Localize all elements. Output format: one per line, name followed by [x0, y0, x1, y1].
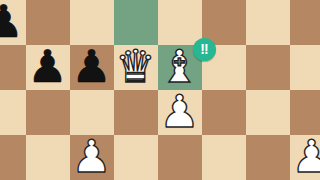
board-square[interactable]: ♟ — [290, 135, 320, 180]
board-square[interactable] — [158, 0, 202, 45]
board-square[interactable] — [246, 90, 290, 135]
white-pawn[interactable]: ♟ — [291, 134, 320, 179]
chess-board: ♟♟♟♛♝♟♟♟ — [0, 0, 320, 180]
board-square[interactable] — [0, 90, 26, 135]
board-square[interactable]: ♟ — [158, 90, 202, 135]
board-square[interactable] — [158, 135, 202, 180]
board-square[interactable] — [290, 90, 320, 135]
board-square[interactable] — [246, 45, 290, 90]
board-square[interactable]: ♟ — [70, 45, 114, 90]
white-queen[interactable]: ♛ — [115, 44, 155, 89]
board-square[interactable]: ♟ — [0, 0, 26, 45]
white-pawn[interactable]: ♟ — [71, 134, 111, 179]
white-pawn[interactable]: ♟ — [159, 89, 199, 134]
chess-board-viewport: ♟♟♟♛♝♟♟♟ !! — [0, 0, 320, 180]
board-square[interactable] — [246, 135, 290, 180]
board-square[interactable] — [114, 90, 158, 135]
board-square[interactable] — [0, 135, 26, 180]
board-square[interactable] — [114, 135, 158, 180]
board-square[interactable]: ♛ — [114, 45, 158, 90]
board-square[interactable] — [70, 0, 114, 45]
board-square[interactable] — [26, 90, 70, 135]
board-square[interactable] — [202, 135, 246, 180]
board-square[interactable]: ♟ — [26, 45, 70, 90]
board-square[interactable] — [114, 0, 158, 45]
board-square[interactable] — [246, 0, 290, 45]
board-square[interactable] — [70, 90, 114, 135]
board-square[interactable] — [202, 90, 246, 135]
brilliant-move-label: !! — [200, 41, 207, 57]
board-square[interactable] — [290, 0, 320, 45]
black-pawn[interactable]: ♟ — [71, 44, 111, 89]
brilliant-move-badge: !! — [193, 38, 216, 61]
black-pawn[interactable]: ♟ — [0, 0, 24, 44]
board-square[interactable] — [290, 45, 320, 90]
board-square[interactable] — [0, 45, 26, 90]
board-square[interactable] — [26, 135, 70, 180]
black-pawn[interactable]: ♟ — [27, 44, 67, 89]
board-square[interactable]: ♟ — [70, 135, 114, 180]
board-square[interactable] — [26, 0, 70, 45]
